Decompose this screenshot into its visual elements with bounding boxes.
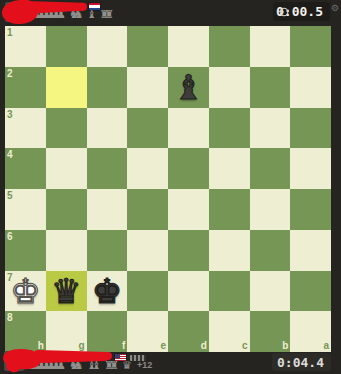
rank-label-4: 4 [7,149,13,160]
square-g7[interactable]: ♛ [46,271,87,312]
square-f5[interactable] [87,189,128,230]
square-g3[interactable] [46,108,87,149]
square-g8[interactable]: g [46,311,87,352]
captured-rooks-icon: ♜♜ [100,9,118,20]
square-b4[interactable] [250,148,291,189]
square-h6[interactable]: 6 [5,230,46,271]
square-e6[interactable] [127,230,168,271]
captured-queens-icon: ♛ [122,360,135,371]
square-e2[interactable] [127,67,168,108]
rank-label-8: 8 [7,312,13,323]
file-label-f: f [122,340,125,351]
square-c1[interactable] [209,26,250,67]
square-b3[interactable] [250,108,291,149]
square-b2[interactable] [250,67,291,108]
square-f3[interactable] [87,108,128,149]
square-h3[interactable]: 3 [5,108,46,149]
square-d7[interactable] [168,271,209,312]
square-a5[interactable] [290,189,331,230]
square-h8[interactable]: 8h [5,311,46,352]
square-a2[interactable] [290,67,331,108]
captured-rooks-icon: ♜♜ [104,360,122,371]
square-c5[interactable] [209,189,250,230]
square-d3[interactable] [168,108,209,149]
square-g6[interactable] [46,230,87,271]
square-f2[interactable] [87,67,128,108]
file-label-d: d [201,340,207,351]
square-g2[interactable] [46,67,87,108]
rank-label-1: 1 [7,27,13,38]
square-g5[interactable] [46,189,87,230]
square-f1[interactable] [87,26,128,67]
square-d2[interactable]: ♝ [168,67,209,108]
file-label-c: c [242,340,248,351]
square-h5[interactable]: 5 [5,189,46,230]
netherlands-flag-icon [89,3,100,10]
square-e1[interactable] [127,26,168,67]
file-label-e: e [160,340,166,351]
square-d6[interactable] [168,230,209,271]
settings-gear-icon[interactable]: ⚙ [331,3,339,13]
rank-label-3: 3 [7,109,13,120]
square-e4[interactable] [127,148,168,189]
square-g4[interactable] [46,148,87,189]
square-c2[interactable] [209,67,250,108]
captured-bishops-icon: ♝♝ [87,360,105,371]
square-c4[interactable] [209,148,250,189]
bottom-player-clock: 0:04.4 [272,353,331,371]
square-a1[interactable] [290,26,331,67]
square-d4[interactable] [168,148,209,189]
captured-bishops-icon: ♝ [87,9,100,20]
square-d8[interactable]: d [168,311,209,352]
square-c3[interactable] [209,108,250,149]
square-e5[interactable] [127,189,168,230]
square-h4[interactable]: 4 [5,148,46,189]
rank-label-6: 6 [7,231,13,242]
black-king-f7[interactable]: ♚ [87,271,128,312]
top-player-clock: 0:00.5 [273,2,330,21]
bottom-clock-time: 0:04.4 [277,355,324,370]
rank-label-5: 5 [7,190,13,201]
square-b7[interactable] [250,271,291,312]
chess-game-window: ♟♟♟♟♟♟♟♟♞♞♝♜♜ 0:00.5 ⚙ 12♝34567♚♛♚8hgfed… [0,0,341,374]
square-d5[interactable] [168,189,209,230]
file-label-a: a [323,340,329,351]
square-c8[interactable]: c [209,311,250,352]
rank-label-2: 2 [7,68,13,79]
timer-icon [279,7,289,17]
square-f6[interactable] [87,230,128,271]
square-h7[interactable]: 7♚ [5,271,46,312]
square-b8[interactable]: b [250,311,291,352]
white-king-h7[interactable]: ♚ [5,271,46,312]
square-a6[interactable] [290,230,331,271]
square-e8[interactable]: e [127,311,168,352]
square-h2[interactable]: 2 [5,67,46,108]
material-score: +12 [135,360,152,371]
square-f7[interactable]: ♚ [87,271,128,312]
square-a7[interactable] [290,271,331,312]
square-a8[interactable]: a [290,311,331,352]
file-label-b: b [282,340,288,351]
square-e3[interactable] [127,108,168,149]
square-c7[interactable] [209,271,250,312]
square-a3[interactable] [290,108,331,149]
square-c6[interactable] [209,230,250,271]
chess-board: 12♝34567♚♛♚8hgfedcba [5,26,331,352]
black-bishop-d2[interactable]: ♝ [168,67,209,108]
square-a4[interactable] [290,148,331,189]
square-b1[interactable] [250,26,291,67]
square-d1[interactable] [168,26,209,67]
square-f8[interactable]: f [87,311,128,352]
file-label-g: g [78,340,84,351]
black-queen-g7[interactable]: ♛ [46,271,87,312]
square-e7[interactable] [127,271,168,312]
square-f4[interactable] [87,148,128,189]
square-h1[interactable]: 1 [5,26,46,67]
square-b5[interactable] [250,189,291,230]
square-g1[interactable] [46,26,87,67]
square-b6[interactable] [250,230,291,271]
